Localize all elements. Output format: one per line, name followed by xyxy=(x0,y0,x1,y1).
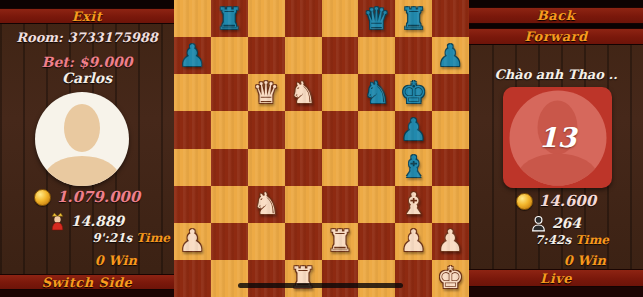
square-f5[interactable] xyxy=(358,111,395,148)
square-b4[interactable] xyxy=(211,149,248,186)
black-queen-f8[interactable]: ♛ xyxy=(358,0,395,37)
right-time-row: 7:42s Time xyxy=(469,233,643,247)
square-g6[interactable]: ♚ xyxy=(395,74,432,111)
back-button-label: Back xyxy=(537,8,575,23)
black-knight-f6[interactable]: ♞ xyxy=(358,74,395,111)
square-e4[interactable] xyxy=(322,149,359,186)
square-d3[interactable] xyxy=(285,186,322,223)
right-games-row: 264 xyxy=(469,213,643,233)
greeting-message: Chào anh Thao .. xyxy=(469,67,643,82)
square-b3[interactable] xyxy=(211,186,248,223)
left-coins-row: 1.079.000 xyxy=(0,186,174,208)
square-g2[interactable]: ♟ xyxy=(395,223,432,260)
coin-icon xyxy=(34,189,51,206)
person-icon xyxy=(531,215,546,232)
white-pawn-g2[interactable]: ♟ xyxy=(395,223,432,260)
white-bishop-g3[interactable]: ♝ xyxy=(395,186,432,223)
square-g7[interactable] xyxy=(395,37,432,74)
square-g8[interactable]: ♜ xyxy=(395,0,432,37)
home-indicator[interactable] xyxy=(238,283,403,288)
square-a5[interactable] xyxy=(174,111,211,148)
square-h4[interactable] xyxy=(432,149,469,186)
exit-button[interactable]: Exit xyxy=(0,8,174,24)
left-win-count: 0 Win xyxy=(95,253,137,268)
black-bishop-g4[interactable]: ♝ xyxy=(395,149,432,186)
square-c8[interactable] xyxy=(248,0,285,37)
forward-button[interactable]: Forward xyxy=(469,28,643,45)
square-b8[interactable]: ♜ xyxy=(211,0,248,37)
switch-side-button[interactable]: Switch Side xyxy=(0,274,174,290)
square-f8[interactable]: ♛ xyxy=(358,0,395,37)
square-c4[interactable] xyxy=(248,149,285,186)
white-queen-c6[interactable]: ♛ xyxy=(248,74,285,111)
square-a1[interactable] xyxy=(174,260,211,297)
black-king-g6[interactable]: ♚ xyxy=(395,74,432,111)
forward-button-label: Forward xyxy=(524,29,587,44)
square-c6[interactable]: ♛ xyxy=(248,74,285,111)
room-number: Room: 3733175988 xyxy=(0,30,174,45)
square-h7[interactable]: ♟ xyxy=(432,37,469,74)
square-b1[interactable] xyxy=(211,260,248,297)
square-d2[interactable] xyxy=(285,223,322,260)
square-e3[interactable] xyxy=(322,186,359,223)
square-e7[interactable] xyxy=(322,37,359,74)
square-d5[interactable] xyxy=(285,111,322,148)
top-strip-left xyxy=(0,0,174,8)
king-figure-icon xyxy=(50,212,65,231)
white-pawn-a2[interactable]: ♟ xyxy=(174,223,211,260)
left-rating-value: 14.889 xyxy=(71,213,125,229)
left-time-value: 9':21s xyxy=(92,231,132,245)
right-games-value: 264 xyxy=(552,215,581,231)
square-e8[interactable] xyxy=(322,0,359,37)
white-knight-d6[interactable]: ♞ xyxy=(285,74,322,111)
switch-side-label: Switch Side xyxy=(42,275,133,290)
square-g3[interactable]: ♝ xyxy=(395,186,432,223)
square-d1[interactable]: ♜ xyxy=(285,260,322,297)
square-h6[interactable] xyxy=(432,74,469,111)
left-win-row: 0 Win xyxy=(0,252,174,268)
live-button-label: Live xyxy=(540,271,572,286)
back-button[interactable]: Back xyxy=(469,7,643,24)
black-rook-g8[interactable]: ♜ xyxy=(395,0,432,37)
left-coin-balance: 1.079.000 xyxy=(57,188,141,206)
coin-icon xyxy=(516,193,533,210)
square-c7[interactable] xyxy=(248,37,285,74)
square-f2[interactable] xyxy=(358,223,395,260)
square-e5[interactable] xyxy=(322,111,359,148)
live-button[interactable]: Live xyxy=(469,269,643,287)
right-time-value: 7:42s xyxy=(535,233,571,247)
square-d6[interactable]: ♞ xyxy=(285,74,322,111)
square-a8[interactable] xyxy=(174,0,211,37)
white-rook-d1[interactable]: ♜ xyxy=(285,260,322,297)
square-c1[interactable] xyxy=(248,260,285,297)
right-win-count: 0 Win xyxy=(564,253,606,268)
square-h2[interactable]: ♟ xyxy=(432,223,469,260)
square-h5[interactable] xyxy=(432,111,469,148)
chess-board: ♜♛♜♟♟♛♞♞♚♟♝♞♝♟♜♟♟♜♚ xyxy=(174,0,469,297)
black-pawn-g5[interactable]: ♟ xyxy=(395,111,432,148)
square-d4[interactable] xyxy=(285,149,322,186)
left-time-label: Time xyxy=(136,231,170,245)
square-b5[interactable] xyxy=(211,111,248,148)
chess-game-app: Exit Room: 3733175988 Bet: $9.000 Carlos… xyxy=(0,0,643,297)
square-a6[interactable] xyxy=(174,74,211,111)
square-g5[interactable]: ♟ xyxy=(395,111,432,148)
square-a2[interactable]: ♟ xyxy=(174,223,211,260)
square-b6[interactable] xyxy=(211,74,248,111)
right-player-panel: Back Forward Chào anh Thao .. 13 14.600 … xyxy=(469,0,643,297)
right-time-label: Time xyxy=(575,233,609,247)
square-h1[interactable]: ♚ xyxy=(432,260,469,297)
white-pawn-h2[interactable]: ♟ xyxy=(432,223,469,260)
avatar-silhouette-head xyxy=(64,104,100,152)
square-f1[interactable] xyxy=(358,260,395,297)
white-king-h1[interactable]: ♚ xyxy=(432,260,469,297)
bottom-strip-right xyxy=(469,287,643,297)
square-a7[interactable]: ♟ xyxy=(174,37,211,74)
black-pawn-a7[interactable]: ♟ xyxy=(174,37,211,74)
square-f6[interactable]: ♞ xyxy=(358,74,395,111)
square-e6[interactable] xyxy=(322,74,359,111)
square-c5[interactable] xyxy=(248,111,285,148)
right-player-avatar[interactable]: 13 xyxy=(503,87,612,188)
left-time-row: 9':21s Time xyxy=(0,231,174,245)
left-player-panel: Exit Room: 3733175988 Bet: $9.000 Carlos… xyxy=(0,0,174,297)
square-f7[interactable] xyxy=(358,37,395,74)
white-knight-c3[interactable]: ♞ xyxy=(248,186,285,223)
white-rook-e2[interactable]: ♜ xyxy=(322,223,359,260)
black-pawn-h7[interactable]: ♟ xyxy=(432,37,469,74)
right-coin-balance: 14.600 xyxy=(539,192,596,210)
square-g1[interactable] xyxy=(395,260,432,297)
square-a3[interactable] xyxy=(174,186,211,223)
square-d8[interactable] xyxy=(285,0,322,37)
exit-button-label: Exit xyxy=(72,9,103,24)
square-c2[interactable] xyxy=(248,223,285,260)
square-a4[interactable] xyxy=(174,149,211,186)
avatar-silhouette-shoulders xyxy=(45,156,119,186)
square-h3[interactable] xyxy=(432,186,469,223)
square-g4[interactable]: ♝ xyxy=(395,149,432,186)
square-f3[interactable] xyxy=(358,186,395,223)
bottom-strip-left xyxy=(0,290,174,297)
left-player-avatar[interactable] xyxy=(35,92,129,186)
square-f4[interactable] xyxy=(358,149,395,186)
top-strip-right xyxy=(469,0,643,7)
square-e2[interactable]: ♜ xyxy=(322,223,359,260)
left-rating-row: 14.889 xyxy=(0,210,174,232)
square-b2[interactable] xyxy=(211,223,248,260)
turn-countdown: 13 xyxy=(503,87,612,188)
square-c3[interactable]: ♞ xyxy=(248,186,285,223)
square-h8[interactable] xyxy=(432,0,469,37)
square-e1[interactable] xyxy=(322,260,359,297)
bet-amount: Bet: $9.000 xyxy=(0,54,174,70)
right-coins-row: 14.600 xyxy=(469,190,643,212)
left-player-name: Carlos xyxy=(0,70,174,86)
right-win-row: 0 Win xyxy=(469,252,643,268)
black-rook-b8[interactable]: ♜ xyxy=(211,0,248,37)
square-b7[interactable] xyxy=(211,37,248,74)
square-d7[interactable] xyxy=(285,37,322,74)
